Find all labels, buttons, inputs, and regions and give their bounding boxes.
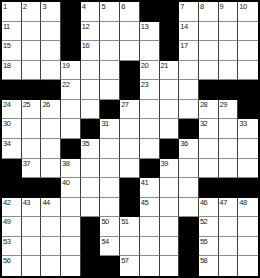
grid-cell[interactable]: 40 (61, 178, 81, 198)
black-cell (120, 198, 140, 218)
clue-number: 10 (239, 2, 246, 11)
black-cell (238, 100, 258, 120)
grid-cell[interactable] (238, 159, 258, 179)
black-cell (22, 178, 42, 198)
black-cell (2, 159, 22, 179)
grid-cell[interactable]: 30 (2, 119, 22, 139)
black-cell (61, 41, 81, 61)
clue-number: 39 (161, 159, 168, 168)
grid-cell[interactable] (160, 119, 180, 139)
grid-cell[interactable] (41, 61, 61, 81)
grid-cell[interactable] (81, 159, 101, 179)
clue-number: 37 (23, 159, 30, 168)
grid-cell[interactable]: 35 (81, 139, 101, 159)
grid-cell[interactable] (41, 119, 61, 139)
grid-cell[interactable] (140, 237, 160, 257)
black-cell (120, 178, 140, 198)
grid-cell[interactable] (120, 22, 140, 42)
grid-cell[interactable] (199, 22, 219, 42)
clue-number: 58 (200, 256, 207, 265)
clue-number: 13 (141, 22, 148, 31)
clue-number: 54 (101, 237, 108, 246)
grid-cell[interactable]: 18 (2, 61, 22, 81)
grid-cell[interactable] (22, 237, 42, 257)
grid-cell[interactable]: 17 (179, 41, 199, 61)
black-cell (120, 80, 140, 100)
black-cell (160, 2, 180, 22)
grid-cell[interactable] (41, 256, 61, 276)
grid-cell[interactable]: 36 (179, 139, 199, 159)
grid-cell[interactable]: 56 (2, 256, 22, 276)
grid-cell[interactable] (100, 139, 120, 159)
clue-number: 49 (3, 217, 10, 226)
grid-cell[interactable] (120, 139, 140, 159)
clue-number: 42 (3, 198, 10, 207)
grid-cell[interactable] (41, 41, 61, 61)
grid-cell[interactable] (140, 139, 160, 159)
black-cell (238, 80, 258, 100)
clue-number: 43 (23, 198, 30, 207)
grid-cell[interactable] (238, 61, 258, 81)
grid-cell[interactable] (22, 41, 42, 61)
grid-cell[interactable] (61, 217, 81, 237)
grid-cell[interactable]: 22 (61, 80, 81, 100)
grid-cell[interactable]: 29 (219, 100, 239, 120)
black-cell (219, 80, 239, 100)
grid-cell[interactable] (120, 237, 140, 257)
grid-cell[interactable] (81, 198, 101, 218)
grid-cell[interactable]: 16 (81, 41, 101, 61)
grid-cell[interactable] (81, 61, 101, 81)
grid-cell[interactable] (22, 22, 42, 42)
clue-number: 31 (101, 119, 108, 128)
clue-number: 50 (101, 217, 108, 226)
grid-cell[interactable]: 26 (41, 100, 61, 120)
grid-cell[interactable]: 23 (140, 80, 160, 100)
black-cell (120, 61, 140, 81)
clue-number: 45 (141, 198, 148, 207)
clue-number: 15 (3, 41, 10, 50)
grid-cell[interactable] (238, 256, 258, 276)
grid-cell[interactable]: 50 (100, 217, 120, 237)
clue-number: 14 (180, 22, 187, 31)
grid-cell[interactable] (160, 80, 180, 100)
grid-cell[interactable] (140, 256, 160, 276)
clue-number: 27 (121, 100, 128, 109)
clue-number: 12 (82, 22, 89, 31)
black-cell (179, 119, 199, 139)
grid-cell[interactable] (160, 256, 180, 276)
black-cell (41, 178, 61, 198)
grid-cell[interactable] (100, 178, 120, 198)
grid-cell[interactable]: 15 (2, 41, 22, 61)
clue-number: 32 (200, 119, 207, 128)
grid-cell[interactable] (41, 237, 61, 257)
grid-cell[interactable] (179, 198, 199, 218)
grid-cell[interactable]: 48 (238, 198, 258, 218)
grid-cell[interactable] (238, 41, 258, 61)
grid-cell[interactable] (100, 159, 120, 179)
grid-cell[interactable] (160, 198, 180, 218)
grid-cell[interactable]: 13 (140, 22, 160, 42)
clue-number: 57 (121, 256, 128, 265)
black-cell (81, 119, 101, 139)
black-cell (100, 256, 120, 276)
grid-cell[interactable]: 46 (199, 198, 219, 218)
grid-cell[interactable] (219, 256, 239, 276)
black-cell (2, 178, 22, 198)
grid-cell[interactable] (219, 22, 239, 42)
grid-cell[interactable] (100, 198, 120, 218)
black-cell (179, 217, 199, 237)
clue-number: 30 (3, 119, 10, 128)
grid-cell[interactable] (199, 61, 219, 81)
clue-number: 7 (180, 2, 184, 11)
clue-number: 52 (200, 217, 207, 226)
clue-number: 6 (121, 2, 125, 11)
clue-number: 24 (3, 100, 10, 109)
grid-cell[interactable] (160, 178, 180, 198)
clue-number: 55 (200, 237, 207, 246)
grid-cell[interactable] (61, 198, 81, 218)
grid-cell[interactable] (61, 237, 81, 257)
grid-cell[interactable] (199, 139, 219, 159)
grid-cell[interactable] (160, 237, 180, 257)
grid-cell[interactable]: 28 (199, 100, 219, 120)
clue-number: 5 (101, 2, 105, 11)
grid-cell[interactable] (41, 139, 61, 159)
grid-cell[interactable] (120, 119, 140, 139)
grid-cell[interactable] (238, 139, 258, 159)
clue-number: 8 (200, 2, 204, 11)
grid-cell[interactable]: 39 (160, 159, 180, 179)
grid-cell[interactable]: 43 (22, 198, 42, 218)
grid-cell[interactable]: 24 (2, 100, 22, 120)
clue-number: 40 (62, 178, 69, 187)
clue-number: 16 (82, 41, 89, 50)
grid-cell[interactable]: 38 (61, 159, 81, 179)
grid-cell[interactable]: 12 (81, 22, 101, 42)
clue-number: 23 (141, 80, 148, 89)
grid-cell[interactable]: 21 (160, 61, 180, 81)
black-cell (160, 41, 180, 61)
grid-cell[interactable] (120, 41, 140, 61)
grid-cell[interactable]: 51 (120, 217, 140, 237)
grid-cell[interactable]: 7 (179, 2, 199, 22)
grid-cell[interactable] (81, 80, 101, 100)
grid-cell[interactable]: 31 (100, 119, 120, 139)
grid-cell[interactable] (219, 119, 239, 139)
grid-cell[interactable] (160, 217, 180, 237)
grid-cell[interactable]: 6 (120, 2, 140, 22)
clue-number: 38 (62, 159, 69, 168)
grid-cell[interactable] (140, 119, 160, 139)
grid-cell[interactable]: 42 (2, 198, 22, 218)
grid-cell[interactable]: 20 (140, 61, 160, 81)
black-cell (81, 256, 101, 276)
clue-number: 26 (42, 100, 49, 109)
clue-number: 56 (3, 256, 10, 265)
grid-cell[interactable]: 2 (22, 2, 42, 22)
grid-cell[interactable] (179, 178, 199, 198)
grid-cell[interactable]: 37 (22, 159, 42, 179)
grid-cell[interactable]: 54 (100, 237, 120, 257)
grid-cell[interactable]: 14 (179, 22, 199, 42)
crossword-board: 1234567891011121314151617181920212223242… (0, 0, 260, 278)
grid-cell[interactable]: 1 (2, 2, 22, 22)
grid-cell[interactable]: 41 (140, 178, 160, 198)
grid-cell[interactable] (219, 159, 239, 179)
grid-cell[interactable] (100, 22, 120, 42)
grid-cell[interactable] (41, 159, 61, 179)
grid-cell[interactable] (61, 100, 81, 120)
grid-cell[interactable] (140, 217, 160, 237)
black-cell (61, 139, 81, 159)
black-cell (238, 178, 258, 198)
black-cell (160, 139, 180, 159)
grid-cell[interactable] (219, 61, 239, 81)
grid-cell[interactable] (61, 256, 81, 276)
grid-cell[interactable]: 52 (199, 217, 219, 237)
grid-cell[interactable]: 10 (238, 2, 258, 22)
grid-cell[interactable] (22, 139, 42, 159)
clue-number: 47 (220, 198, 227, 207)
grid-cell[interactable]: 49 (2, 217, 22, 237)
grid-cell[interactable]: 55 (199, 237, 219, 257)
grid-cell[interactable]: 57 (120, 256, 140, 276)
clue-number: 48 (239, 198, 246, 207)
grid-cell[interactable]: 11 (2, 22, 22, 42)
grid-cell[interactable] (219, 217, 239, 237)
grid-cell[interactable]: 33 (238, 119, 258, 139)
black-cell (100, 100, 120, 120)
grid-cell[interactable] (120, 159, 140, 179)
grid-cell[interactable] (179, 61, 199, 81)
black-cell (140, 159, 160, 179)
grid-cell[interactable] (22, 217, 42, 237)
black-cell (179, 256, 199, 276)
clue-number: 20 (141, 61, 148, 70)
grid-cell[interactable] (22, 61, 42, 81)
grid-cell[interactable]: 32 (199, 119, 219, 139)
black-cell (81, 217, 101, 237)
clue-number: 29 (220, 100, 227, 109)
grid-cell[interactable]: 25 (22, 100, 42, 120)
grid-cell[interactable] (199, 41, 219, 61)
grid-cell[interactable] (179, 100, 199, 120)
grid-cell[interactable] (61, 119, 81, 139)
grid-cell[interactable] (199, 159, 219, 179)
clue-number: 3 (42, 2, 46, 11)
grid-cell[interactable] (41, 22, 61, 42)
grid-cell[interactable]: 3 (41, 2, 61, 22)
black-cell (160, 22, 180, 42)
clue-number: 28 (200, 100, 207, 109)
clue-number: 41 (141, 178, 148, 187)
grid-cell[interactable]: 58 (199, 256, 219, 276)
grid-cell[interactable] (160, 100, 180, 120)
black-cell (179, 237, 199, 257)
black-cell (219, 178, 239, 198)
clue-number: 18 (3, 61, 10, 70)
black-cell (199, 178, 219, 198)
grid-cell[interactable] (81, 100, 101, 120)
clue-number: 2 (23, 2, 27, 11)
grid-cell[interactable]: 47 (219, 198, 239, 218)
black-cell (61, 22, 81, 42)
clue-number: 34 (3, 139, 10, 148)
grid-cell[interactable]: 27 (120, 100, 140, 120)
grid-cell[interactable] (238, 22, 258, 42)
clue-number: 1 (3, 2, 7, 11)
grid-cell[interactable] (41, 217, 61, 237)
black-cell (41, 80, 61, 100)
grid-cell[interactable]: 5 (100, 2, 120, 22)
black-cell (199, 80, 219, 100)
grid-cell[interactable] (100, 41, 120, 61)
clue-number: 44 (42, 198, 49, 207)
grid-cell[interactable]: 45 (140, 198, 160, 218)
clue-number: 53 (3, 237, 10, 246)
clue-number: 9 (220, 2, 224, 11)
black-cell (140, 2, 160, 22)
grid-cell[interactable] (81, 178, 101, 198)
clue-number: 51 (121, 217, 128, 226)
grid-cell[interactable]: 53 (2, 237, 22, 257)
grid-cell[interactable] (219, 139, 239, 159)
clue-number: 17 (180, 41, 187, 50)
clue-number: 11 (3, 22, 10, 31)
grid-cell[interactable] (238, 237, 258, 257)
grid-cell[interactable] (238, 217, 258, 237)
clue-number: 36 (180, 139, 187, 148)
grid-cell[interactable]: 34 (2, 139, 22, 159)
clue-number: 21 (161, 61, 168, 70)
grid-cell[interactable] (140, 100, 160, 120)
black-cell (22, 80, 42, 100)
grid-cell[interactable]: 19 (61, 61, 81, 81)
clue-number: 4 (82, 2, 86, 11)
clue-number: 22 (62, 80, 69, 89)
clue-number: 33 (239, 119, 246, 128)
black-cell (61, 2, 81, 22)
black-cell (2, 80, 22, 100)
grid-cell[interactable] (219, 41, 239, 61)
grid-cell[interactable] (179, 159, 199, 179)
grid-cell[interactable]: 44 (41, 198, 61, 218)
grid-cell[interactable]: 4 (81, 2, 101, 22)
clue-number: 25 (23, 100, 30, 109)
clue-number: 19 (62, 61, 69, 70)
grid-cell[interactable] (100, 80, 120, 100)
grid-cell[interactable]: 9 (219, 2, 239, 22)
grid-cell[interactable] (140, 41, 160, 61)
grid-cell[interactable] (22, 119, 42, 139)
clue-number: 46 (200, 198, 207, 207)
black-cell (81, 237, 101, 257)
grid-cell[interactable] (219, 237, 239, 257)
grid-cell[interactable]: 8 (199, 2, 219, 22)
clue-number: 35 (82, 139, 89, 148)
grid-cell[interactable] (22, 256, 42, 276)
grid-cell[interactable] (179, 80, 199, 100)
grid-cell[interactable] (100, 61, 120, 81)
